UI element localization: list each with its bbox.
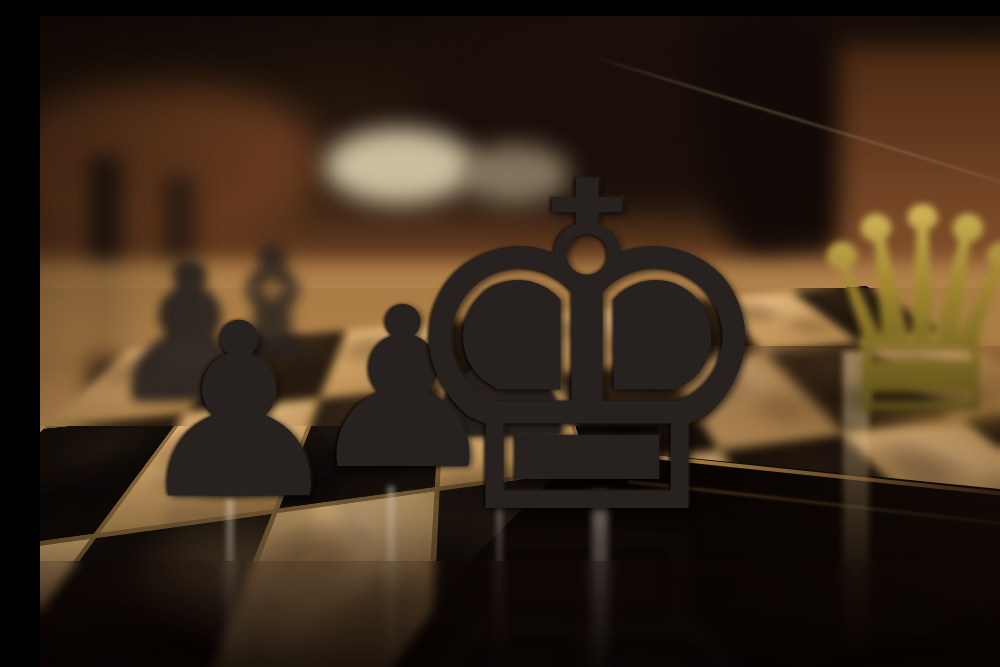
piece-brass-queen: ♛	[796, 172, 1000, 454]
chess-set-photograph: ♟♝♟♟♟♟♟♛♚♚	[40, 16, 1000, 667]
pieces-layer: ♟♝♟♟♟♟♟♛♚♚	[40, 16, 1000, 667]
piece-black-pawn-front: ♟	[131, 292, 346, 532]
piece-black-king: ♚	[384, 126, 789, 578]
